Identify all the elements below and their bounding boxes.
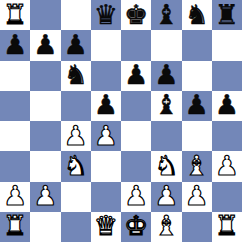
square-e8[interactable]: ♚ <box>121 0 151 30</box>
piece-black-pawn[interactable]: ♟ <box>3 30 27 59</box>
piece-black-pawn[interactable]: ♟ <box>124 61 148 90</box>
piece-white-rook[interactable]: ♜ <box>3 212 27 241</box>
chess-board-container: ♜♛♚♝♞♜♟♟♟♞♟♟♟♝♟♟♟♟♞♞♝♟♟♟♟♟♟♜♛♚♝♜ <box>0 0 242 242</box>
square-c3[interactable]: ♞ <box>61 151 91 181</box>
square-h4[interactable] <box>212 121 242 151</box>
square-b6[interactable] <box>30 61 60 91</box>
square-a4[interactable] <box>0 121 30 151</box>
square-d2[interactable] <box>91 182 121 212</box>
piece-white-pawn[interactable]: ♟ <box>33 182 57 211</box>
square-d8[interactable]: ♛ <box>91 0 121 30</box>
square-h2[interactable] <box>212 182 242 212</box>
square-b5[interactable] <box>30 91 60 121</box>
piece-white-king[interactable]: ♚ <box>124 212 148 241</box>
square-g4[interactable] <box>182 121 212 151</box>
square-f6[interactable]: ♟ <box>151 61 181 91</box>
square-d6[interactable] <box>91 61 121 91</box>
square-f3[interactable]: ♞ <box>151 151 181 181</box>
piece-black-knight[interactable]: ♞ <box>64 61 88 90</box>
piece-black-pawn[interactable]: ♟ <box>154 61 178 90</box>
square-a2[interactable]: ♟ <box>0 182 30 212</box>
piece-black-bishop[interactable]: ♝ <box>154 0 178 29</box>
square-h3[interactable]: ♟ <box>212 151 242 181</box>
square-g5[interactable]: ♟ <box>182 91 212 121</box>
square-d3[interactable] <box>91 151 121 181</box>
square-e6[interactable]: ♟ <box>121 61 151 91</box>
square-e5[interactable] <box>121 91 151 121</box>
square-d1[interactable]: ♛ <box>91 212 121 242</box>
square-h7[interactable] <box>212 30 242 60</box>
piece-black-queen[interactable]: ♛ <box>94 0 118 29</box>
piece-white-bishop[interactable]: ♝ <box>185 151 209 180</box>
square-b4[interactable] <box>30 121 60 151</box>
piece-white-rook[interactable]: ♜ <box>215 212 239 241</box>
square-g1[interactable] <box>182 212 212 242</box>
piece-black-knight[interactable]: ♞ <box>185 0 209 29</box>
piece-white-pawn[interactable]: ♟ <box>185 182 209 211</box>
square-b7[interactable]: ♟ <box>30 30 60 60</box>
square-e2[interactable]: ♟ <box>121 182 151 212</box>
square-h5[interactable]: ♟ <box>212 91 242 121</box>
piece-black-king[interactable]: ♚ <box>124 0 148 29</box>
square-e3[interactable] <box>121 151 151 181</box>
piece-white-pawn[interactable]: ♟ <box>64 121 88 150</box>
square-c8[interactable] <box>61 0 91 30</box>
square-e1[interactable]: ♚ <box>121 212 151 242</box>
square-b2[interactable]: ♟ <box>30 182 60 212</box>
square-e7[interactable] <box>121 30 151 60</box>
piece-white-knight[interactable]: ♞ <box>154 151 178 180</box>
piece-white-pawn[interactable]: ♟ <box>215 151 239 180</box>
square-e4[interactable] <box>121 121 151 151</box>
square-g2[interactable]: ♟ <box>182 182 212 212</box>
piece-white-pawn[interactable]: ♟ <box>3 182 27 211</box>
square-a5[interactable] <box>0 91 30 121</box>
square-a8[interactable]: ♜ <box>0 0 30 30</box>
piece-white-pawn[interactable]: ♟ <box>124 182 148 211</box>
piece-black-pawn[interactable]: ♟ <box>94 91 118 120</box>
square-h6[interactable] <box>212 61 242 91</box>
piece-white-queen[interactable]: ♛ <box>94 212 118 241</box>
piece-white-bishop[interactable]: ♝ <box>154 212 178 241</box>
square-b1[interactable] <box>30 212 60 242</box>
square-b3[interactable] <box>30 151 60 181</box>
square-c6[interactable]: ♞ <box>61 61 91 91</box>
piece-black-pawn[interactable]: ♟ <box>185 91 209 120</box>
square-c2[interactable] <box>61 182 91 212</box>
square-d5[interactable]: ♟ <box>91 91 121 121</box>
square-h8[interactable]: ♜ <box>212 0 242 30</box>
square-a1[interactable]: ♜ <box>0 212 30 242</box>
square-c1[interactable] <box>61 212 91 242</box>
square-g7[interactable] <box>182 30 212 60</box>
piece-white-pawn[interactable]: ♟ <box>154 182 178 211</box>
square-a3[interactable] <box>0 151 30 181</box>
square-g6[interactable] <box>182 61 212 91</box>
square-a6[interactable] <box>0 61 30 91</box>
square-h1[interactable]: ♜ <box>212 212 242 242</box>
square-f8[interactable]: ♝ <box>151 0 181 30</box>
piece-black-pawn[interactable]: ♟ <box>215 91 239 120</box>
piece-black-rook[interactable]: ♜ <box>215 0 239 29</box>
chess-board: ♜♛♚♝♞♜♟♟♟♞♟♟♟♝♟♟♟♟♞♞♝♟♟♟♟♟♟♜♛♚♝♜ <box>0 0 242 242</box>
piece-white-knight[interactable]: ♞ <box>64 151 88 180</box>
piece-black-pawn[interactable]: ♟ <box>64 30 88 59</box>
square-f4[interactable] <box>151 121 181 151</box>
square-d7[interactable] <box>91 30 121 60</box>
piece-black-pawn[interactable]: ♟ <box>33 30 57 59</box>
square-c5[interactable] <box>61 91 91 121</box>
square-f1[interactable]: ♝ <box>151 212 181 242</box>
square-a7[interactable]: ♟ <box>0 30 30 60</box>
square-c7[interactable]: ♟ <box>61 30 91 60</box>
square-g3[interactable]: ♝ <box>182 151 212 181</box>
square-c4[interactable]: ♟ <box>61 121 91 151</box>
piece-white-pawn[interactable]: ♟ <box>94 121 118 150</box>
square-d4[interactable]: ♟ <box>91 121 121 151</box>
square-b8[interactable] <box>30 0 60 30</box>
square-f5[interactable]: ♝ <box>151 91 181 121</box>
square-g8[interactable]: ♞ <box>182 0 212 30</box>
square-f2[interactable]: ♟ <box>151 182 181 212</box>
square-f7[interactable] <box>151 30 181 60</box>
piece-black-bishop[interactable]: ♝ <box>154 91 178 120</box>
piece-white-rook[interactable]: ♜ <box>3 0 27 29</box>
